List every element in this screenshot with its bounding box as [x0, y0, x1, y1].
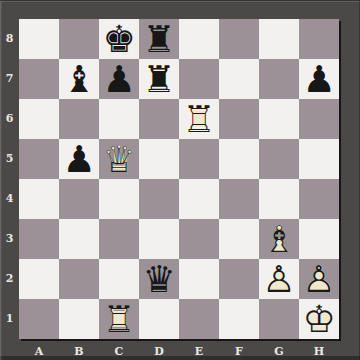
square-d6[interactable] — [139, 99, 179, 139]
square-b6[interactable] — [59, 99, 99, 139]
square-b8[interactable] — [59, 19, 99, 59]
rank-label-3: 3 — [0, 219, 19, 259]
square-c8[interactable]: ♚ — [99, 19, 139, 59]
square-f2[interactable] — [219, 259, 259, 299]
square-b3[interactable] — [59, 219, 99, 259]
square-h8[interactable] — [299, 19, 339, 59]
square-f8[interactable] — [219, 19, 259, 59]
square-e2[interactable] — [179, 259, 219, 299]
rank-label-6: 6 — [0, 99, 19, 139]
square-f7[interactable] — [219, 59, 259, 99]
white-queen-outline-glyph: ♕ — [99, 139, 139, 179]
square-a3[interactable] — [19, 219, 59, 259]
black-king[interactable]: ♚ — [99, 19, 139, 59]
rank-labels: 87654321 — [0, 19, 19, 339]
file-label-b: B — [59, 344, 99, 360]
white-pawn-outline-glyph: ♙ — [299, 259, 339, 299]
black-bishop-glyph: ♝ — [59, 59, 99, 99]
white-bishop[interactable]: ♝♗ — [259, 219, 299, 259]
square-b7[interactable]: ♝ — [59, 59, 99, 99]
square-c4[interactable] — [99, 179, 139, 219]
file-label-c: C — [99, 344, 139, 360]
square-e7[interactable] — [179, 59, 219, 99]
square-g7[interactable] — [259, 59, 299, 99]
square-h6[interactable] — [299, 99, 339, 139]
black-pawn-glyph: ♟ — [99, 59, 139, 99]
square-d5[interactable] — [139, 139, 179, 179]
square-a1[interactable] — [19, 299, 59, 339]
white-rook[interactable]: ♜♖ — [179, 99, 219, 139]
square-g3[interactable]: ♝♗ — [259, 219, 299, 259]
square-d2[interactable]: ♛ — [139, 259, 179, 299]
file-label-d: D — [139, 344, 179, 360]
square-h4[interactable] — [299, 179, 339, 219]
black-queen[interactable]: ♛ — [139, 259, 179, 299]
square-g1[interactable] — [259, 299, 299, 339]
square-b4[interactable] — [59, 179, 99, 219]
file-label-e: E — [179, 344, 219, 360]
square-b1[interactable] — [59, 299, 99, 339]
black-bishop[interactable]: ♝ — [59, 59, 99, 99]
black-rook-glyph: ♜ — [139, 59, 179, 99]
white-pawn-outline-glyph: ♙ — [259, 259, 299, 299]
square-c2[interactable] — [99, 259, 139, 299]
square-e4[interactable] — [179, 179, 219, 219]
rank-label-4: 4 — [0, 179, 19, 219]
square-a2[interactable] — [19, 259, 59, 299]
square-g5[interactable] — [259, 139, 299, 179]
file-labels: ABCDEFGH — [19, 340, 339, 356]
square-f4[interactable] — [219, 179, 259, 219]
white-pawn[interactable]: ♟♙ — [299, 259, 339, 299]
square-d1[interactable] — [139, 299, 179, 339]
square-a6[interactable] — [19, 99, 59, 139]
square-c6[interactable] — [99, 99, 139, 139]
square-f5[interactable] — [219, 139, 259, 179]
square-d8[interactable]: ♜ — [139, 19, 179, 59]
white-pawn[interactable]: ♟♙ — [259, 259, 299, 299]
square-g2[interactable]: ♟♙ — [259, 259, 299, 299]
white-rook[interactable]: ♜♖ — [99, 299, 139, 339]
square-d3[interactable] — [139, 219, 179, 259]
file-label-h: H — [299, 344, 339, 360]
square-h2[interactable]: ♟♙ — [299, 259, 339, 299]
square-e8[interactable] — [179, 19, 219, 59]
black-pawn[interactable]: ♟ — [99, 59, 139, 99]
square-g4[interactable] — [259, 179, 299, 219]
black-pawn-glyph: ♟ — [59, 139, 99, 179]
square-c7[interactable]: ♟ — [99, 59, 139, 99]
file-label-g: G — [259, 344, 299, 360]
square-b5[interactable]: ♟ — [59, 139, 99, 179]
square-g6[interactable] — [259, 99, 299, 139]
black-rook[interactable]: ♜ — [139, 59, 179, 99]
white-king[interactable]: ♚♔ — [299, 299, 339, 339]
square-g8[interactable] — [259, 19, 299, 59]
square-a7[interactable] — [19, 59, 59, 99]
rank-label-7: 7 — [0, 59, 19, 99]
black-pawn[interactable]: ♟ — [299, 59, 339, 99]
white-queen[interactable]: ♛♕ — [99, 139, 139, 179]
white-bishop-outline-glyph: ♗ — [259, 219, 299, 259]
file-label-a: A — [19, 344, 59, 360]
square-f6[interactable] — [219, 99, 259, 139]
square-h5[interactable] — [299, 139, 339, 179]
square-h7[interactable]: ♟ — [299, 59, 339, 99]
square-e6[interactable]: ♜♖ — [179, 99, 219, 139]
chess-board-frame: 87654321 ♚♜♝♟♜♟♜♖♟♛♕♝♗♛♟♙♟♙♜♖♚♔ ABCDEFGH — [0, 0, 360, 360]
square-f1[interactable] — [219, 299, 259, 339]
black-rook-glyph: ♜ — [139, 19, 179, 59]
black-queen-glyph: ♛ — [139, 259, 179, 299]
square-f3[interactable] — [219, 219, 259, 259]
file-label-f: F — [219, 344, 259, 360]
square-c3[interactable] — [99, 219, 139, 259]
black-king-glyph: ♚ — [99, 19, 139, 59]
square-e3[interactable] — [179, 219, 219, 259]
rank-label-2: 2 — [0, 259, 19, 299]
square-a8[interactable] — [19, 19, 59, 59]
white-rook-outline-glyph: ♖ — [99, 299, 139, 339]
square-a5[interactable] — [19, 139, 59, 179]
square-c1[interactable]: ♜♖ — [99, 299, 139, 339]
square-d7[interactable]: ♜ — [139, 59, 179, 99]
black-pawn[interactable]: ♟ — [59, 139, 99, 179]
square-e1[interactable] — [179, 299, 219, 339]
rank-label-8: 8 — [0, 19, 19, 59]
rank-label-5: 5 — [0, 139, 19, 179]
black-rook[interactable]: ♜ — [139, 19, 179, 59]
black-pawn-glyph: ♟ — [299, 59, 339, 99]
white-king-outline-glyph: ♔ — [299, 299, 339, 339]
square-d4[interactable] — [139, 179, 179, 219]
square-c5[interactable]: ♛♕ — [99, 139, 139, 179]
rank-label-1: 1 — [0, 299, 19, 339]
square-b2[interactable] — [59, 259, 99, 299]
square-a4[interactable] — [19, 179, 59, 219]
square-h3[interactable] — [299, 219, 339, 259]
chess-board: ♚♜♝♟♜♟♜♖♟♛♕♝♗♛♟♙♟♙♜♖♚♔ — [19, 19, 339, 339]
square-h1[interactable]: ♚♔ — [299, 299, 339, 339]
square-e5[interactable] — [179, 139, 219, 179]
white-rook-outline-glyph: ♖ — [179, 99, 219, 139]
